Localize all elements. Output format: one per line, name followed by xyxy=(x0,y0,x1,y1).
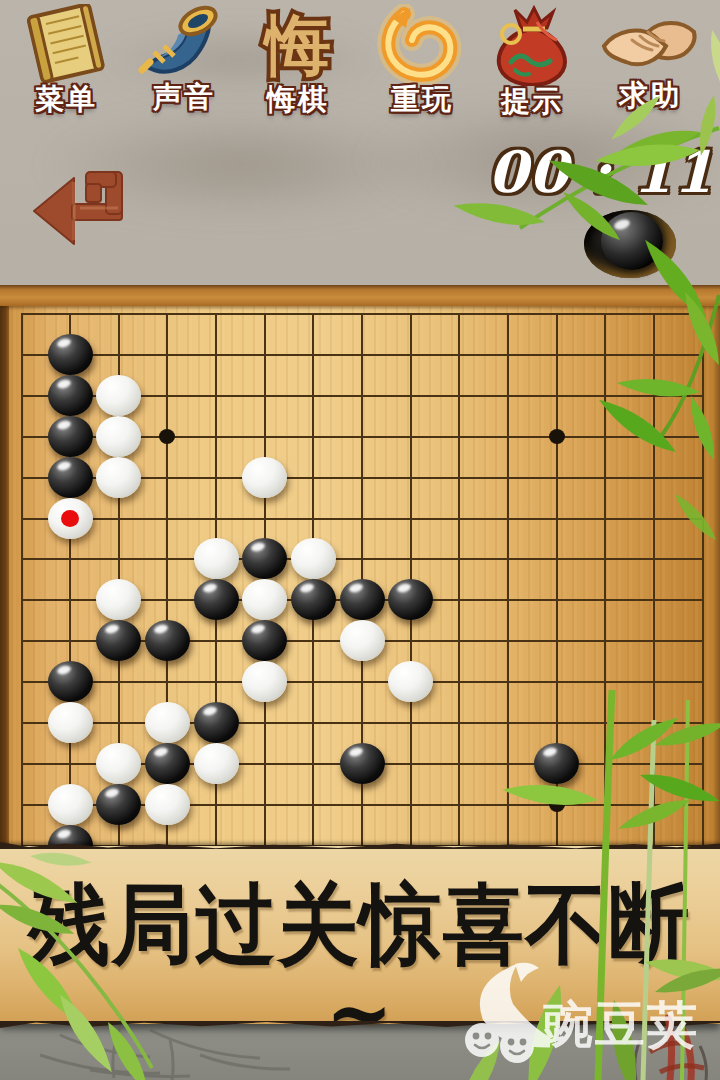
help-button[interactable]: 求助 xyxy=(592,4,708,116)
white-stone xyxy=(145,702,190,743)
sound-label: 声音 xyxy=(126,78,242,118)
star-point xyxy=(549,797,565,812)
stone-glint xyxy=(153,746,169,758)
black-stone xyxy=(145,620,190,661)
grid-hline xyxy=(21,313,704,315)
stone-glint xyxy=(56,460,72,472)
white-stone xyxy=(242,457,287,498)
black-stone xyxy=(48,457,93,498)
replay-label: 重玩 xyxy=(364,80,480,120)
undo-label: 悔棋 xyxy=(240,80,356,120)
menu-label: 菜单 xyxy=(8,80,124,120)
svg-text:悔: 悔 xyxy=(262,6,331,84)
game-timer: 00 : 11 xyxy=(488,138,714,205)
stone-glint xyxy=(104,623,120,635)
board-frame-top xyxy=(0,285,720,306)
grid-hline xyxy=(21,354,704,356)
turn-indicator-black-stone xyxy=(601,212,663,270)
black-stone xyxy=(194,702,239,743)
black-stone xyxy=(534,743,579,784)
scroll-icon xyxy=(23,4,109,84)
stone-glint xyxy=(153,623,169,635)
swirl-replay-icon xyxy=(376,4,468,84)
red-pouch-icon xyxy=(485,4,579,86)
wandoujia-watermark: 豌豆荚 xyxy=(455,958,720,1073)
peapod-logo-icon xyxy=(455,958,550,1070)
stone-glint xyxy=(56,664,72,676)
stone-glint xyxy=(56,419,72,431)
stone-glint xyxy=(56,378,72,390)
stone-glint xyxy=(104,787,120,799)
white-stone xyxy=(388,661,433,702)
stone-glint xyxy=(348,582,364,594)
stone-glint xyxy=(613,218,631,232)
stone-glint xyxy=(542,746,558,758)
hint-label: 提示 xyxy=(474,82,590,122)
white-stone xyxy=(96,743,141,784)
handshake-icon xyxy=(598,4,702,80)
white-stone xyxy=(48,784,93,825)
undo-move-button[interactable]: 悔 悔棋 xyxy=(240,4,356,120)
white-stone xyxy=(340,620,385,661)
black-stone xyxy=(145,743,190,784)
black-stone xyxy=(340,743,385,784)
board-frame-left xyxy=(0,285,10,850)
white-stone xyxy=(48,498,93,539)
gomoku-board[interactable] xyxy=(0,285,720,850)
hui-character-tile-icon: 悔 xyxy=(255,4,341,84)
board-frame-right xyxy=(713,285,720,850)
stone-glint xyxy=(56,337,72,349)
game-screen: 菜单 声音 悔 悔棋 重玩 xyxy=(0,0,720,1080)
black-stone xyxy=(48,334,93,375)
black-stone xyxy=(340,579,385,620)
white-stone xyxy=(194,538,239,579)
white-stone xyxy=(96,375,141,416)
sound-button[interactable]: 声音 xyxy=(126,4,242,118)
help-label: 求助 xyxy=(592,76,708,116)
black-stone xyxy=(48,661,93,702)
replay-button[interactable]: 重玩 xyxy=(364,4,480,120)
white-stone xyxy=(194,743,239,784)
back-button[interactable] xyxy=(30,162,125,254)
stone-glint xyxy=(348,746,364,758)
stone-glint xyxy=(56,828,72,840)
stone-glint xyxy=(250,623,266,635)
white-stone xyxy=(291,538,336,579)
stone-glint xyxy=(396,582,412,594)
grid-hline xyxy=(21,681,704,683)
stone-glint xyxy=(202,705,218,717)
white-stone xyxy=(96,416,141,457)
hint-button[interactable]: 提示 xyxy=(474,4,590,122)
black-stone xyxy=(96,784,141,825)
horn-icon xyxy=(134,4,234,82)
star-point xyxy=(549,429,565,444)
white-stone xyxy=(145,784,190,825)
grid-hline xyxy=(21,558,704,560)
black-stone xyxy=(48,375,93,416)
white-stone xyxy=(48,702,93,743)
watermark-text: 豌豆荚 xyxy=(543,992,699,1059)
grid-hline xyxy=(21,518,704,520)
stone-glint xyxy=(202,582,218,594)
black-stone xyxy=(48,416,93,457)
stone-glint xyxy=(250,542,266,554)
white-stone xyxy=(96,457,141,498)
black-stone xyxy=(291,579,336,620)
black-stone xyxy=(194,579,239,620)
stone-glint xyxy=(299,582,315,594)
grid-hline xyxy=(21,722,704,724)
menu-button[interactable]: 菜单 xyxy=(8,4,124,120)
last-move-red-dot xyxy=(61,510,79,527)
